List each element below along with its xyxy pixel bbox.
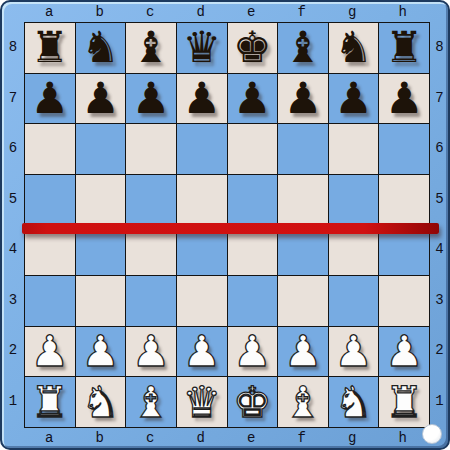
square-e7[interactable]: ♟ [228,74,278,124]
square-g3[interactable] [329,276,379,326]
file-labels-top: abcdefgh [24,2,428,22]
file-label-b-top: b [75,2,126,22]
file-label-f-bottom: f [277,428,328,448]
square-d6[interactable] [177,124,227,174]
square-c1[interactable]: ♝ [126,377,176,427]
square-e8[interactable]: ♚ [228,23,278,73]
square-g8[interactable]: ♞ [329,23,379,73]
file-label-a-bottom: a [24,428,75,448]
black-pawn-e7[interactable]: ♟ [233,77,272,120]
square-c7[interactable]: ♟ [126,74,176,124]
square-c5[interactable] [126,175,176,225]
white-pawn-h2[interactable]: ♟ [385,330,424,373]
rank-label-7-right: 7 [429,73,450,124]
square-b1[interactable]: ♞ [76,377,126,427]
square-d5[interactable] [177,175,227,225]
square-f8[interactable]: ♝ [278,23,328,73]
square-a2[interactable]: ♟ [25,327,75,377]
square-e3[interactable] [228,276,278,326]
black-rook-h8[interactable]: ♜ [385,26,424,69]
square-c2[interactable]: ♟ [126,327,176,377]
square-b8[interactable]: ♞ [76,23,126,73]
file-label-d-bottom: d [176,428,227,448]
black-pawn-a7[interactable]: ♟ [31,77,70,120]
white-king-e1[interactable]: ♚ [233,381,272,424]
square-h8[interactable]: ♜ [379,23,429,73]
square-h2[interactable]: ♟ [379,327,429,377]
square-d3[interactable] [177,276,227,326]
square-g5[interactable] [329,175,379,225]
rank-label-5-left: 5 [2,174,24,225]
white-pawn-f2[interactable]: ♟ [284,330,323,373]
square-g1[interactable]: ♞ [329,377,379,427]
white-pawn-a2[interactable]: ♟ [31,330,70,373]
black-pawn-d7[interactable]: ♟ [182,77,221,120]
file-label-d-top: d [176,2,227,22]
white-queen-d1[interactable]: ♛ [182,381,221,424]
square-e1[interactable]: ♚ [228,377,278,427]
square-b7[interactable]: ♟ [76,74,126,124]
black-pawn-f7[interactable]: ♟ [284,77,323,120]
black-knight-b8[interactable]: ♞ [81,26,120,69]
turn-indicator-white-circle [422,424,442,444]
black-pawn-h7[interactable]: ♟ [385,77,424,120]
square-h7[interactable]: ♟ [379,74,429,124]
square-g6[interactable] [329,124,379,174]
square-e2[interactable]: ♟ [228,327,278,377]
file-label-g-top: g [327,2,378,22]
square-b2[interactable]: ♟ [76,327,126,377]
square-a6[interactable] [25,124,75,174]
white-pawn-c2[interactable]: ♟ [132,330,171,373]
square-a1[interactable]: ♜ [25,377,75,427]
rank-label-7-left: 7 [2,73,24,124]
square-a3[interactable] [25,276,75,326]
square-f7[interactable]: ♟ [278,74,328,124]
black-pawn-g7[interactable]: ♟ [334,77,373,120]
square-a5[interactable] [25,175,75,225]
red-line-annotation [22,223,439,234]
file-labels-bottom: abcdefgh [24,428,428,448]
white-pawn-b2[interactable]: ♟ [81,330,120,373]
white-rook-a1[interactable]: ♜ [31,381,70,424]
rank-label-8-left: 8 [2,22,24,73]
square-e5[interactable] [228,175,278,225]
white-knight-b1[interactable]: ♞ [81,381,120,424]
square-b6[interactable] [76,124,126,174]
square-h3[interactable] [379,276,429,326]
file-label-h-bottom: h [378,428,429,448]
rank-label-6-left: 6 [2,123,24,174]
square-h6[interactable] [379,124,429,174]
square-h5[interactable] [379,175,429,225]
rank-label-6-right: 6 [429,123,450,174]
square-f2[interactable]: ♟ [278,327,328,377]
square-c8[interactable]: ♝ [126,23,176,73]
rank-label-1-right: 1 [429,376,450,427]
square-d7[interactable]: ♟ [177,74,227,124]
square-h1[interactable]: ♜ [379,377,429,427]
rank-label-3-right: 3 [429,275,450,326]
black-bishop-f8[interactable]: ♝ [284,26,323,69]
rank-label-5-right: 5 [429,174,450,225]
black-rook-a8[interactable]: ♜ [31,26,70,69]
black-pawn-c7[interactable]: ♟ [132,77,171,120]
black-king-e8[interactable]: ♚ [233,26,272,69]
square-f3[interactable] [278,276,328,326]
square-b3[interactable] [76,276,126,326]
file-label-e-bottom: e [226,428,277,448]
white-knight-g1[interactable]: ♞ [334,381,373,424]
rank-label-3-left: 3 [2,275,24,326]
file-label-h-top: h [378,2,429,22]
square-a8[interactable]: ♜ [25,23,75,73]
black-pawn-b7[interactable]: ♟ [81,77,120,120]
square-c6[interactable] [126,124,176,174]
square-d8[interactable]: ♛ [177,23,227,73]
square-d2[interactable]: ♟ [177,327,227,377]
white-pawn-d2[interactable]: ♟ [182,330,221,373]
file-label-b-bottom: b [75,428,126,448]
file-label-c-top: c [125,2,176,22]
white-rook-h1[interactable]: ♜ [385,381,424,424]
chess-board-window: abcdefgh abcdefgh 87654321 87654321 ♜♞♝♛… [0,0,450,450]
rank-label-8-right: 8 [429,22,450,73]
black-knight-g8[interactable]: ♞ [334,26,373,69]
square-d1[interactable]: ♛ [177,377,227,427]
square-f1[interactable]: ♝ [278,377,328,427]
file-label-a-top: a [24,2,75,22]
square-g2[interactable]: ♟ [329,327,379,377]
file-label-f-top: f [277,2,328,22]
rank-labels-left: 87654321 [2,22,24,426]
file-label-c-bottom: c [125,428,176,448]
white-bishop-c1[interactable]: ♝ [132,381,171,424]
rank-label-1-left: 1 [2,376,24,427]
square-f6[interactable] [278,124,328,174]
white-bishop-f1[interactable]: ♝ [284,381,323,424]
square-b5[interactable] [76,175,126,225]
rank-label-2-right: 2 [429,325,450,376]
rank-label-4-left: 4 [2,224,24,275]
white-pawn-g2[interactable]: ♟ [334,330,373,373]
square-e6[interactable] [228,124,278,174]
black-queen-d8[interactable]: ♛ [182,26,221,69]
rank-label-2-left: 2 [2,325,24,376]
square-f5[interactable] [278,175,328,225]
file-label-e-top: e [226,2,277,22]
file-label-g-bottom: g [327,428,378,448]
square-a7[interactable]: ♟ [25,74,75,124]
square-g7[interactable]: ♟ [329,74,379,124]
white-pawn-e2[interactable]: ♟ [233,330,272,373]
black-bishop-c8[interactable]: ♝ [132,26,171,69]
square-c3[interactable] [126,276,176,326]
